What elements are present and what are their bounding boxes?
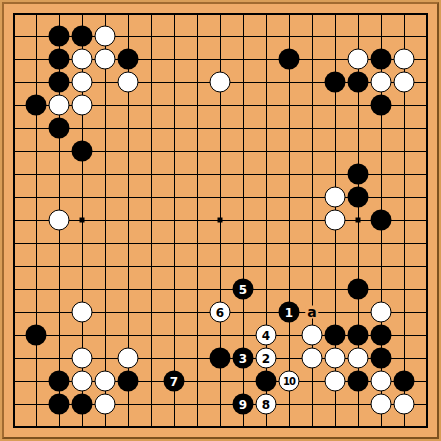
black-stone (72, 141, 93, 162)
black-stone (72, 394, 93, 415)
black-stone (49, 371, 70, 392)
go-board: 56143271098a (0, 0, 441, 441)
white-stone (72, 72, 93, 93)
black-stone (371, 348, 392, 369)
black-stone (348, 325, 369, 346)
black-stone (210, 348, 231, 369)
black-stone (348, 279, 369, 300)
white-stone (49, 210, 70, 231)
move-number: 1 (285, 306, 293, 318)
white-stone (394, 49, 415, 70)
move-number: 6 (216, 306, 224, 318)
board-label-a: a (305, 306, 318, 319)
black-stone (118, 371, 139, 392)
white-stone (371, 394, 392, 415)
white-stone (95, 49, 116, 70)
white-stone (49, 95, 70, 116)
black-stone (371, 49, 392, 70)
move-number: 2 (262, 352, 270, 364)
white-stone (325, 348, 346, 369)
black-stone: 1 (279, 302, 300, 323)
black-stone (348, 187, 369, 208)
white-stone (371, 302, 392, 323)
white-stone (95, 26, 116, 47)
white-stone (371, 371, 392, 392)
white-stone (325, 187, 346, 208)
black-stone (348, 72, 369, 93)
star-point (80, 218, 85, 223)
black-stone (348, 164, 369, 185)
white-stone (325, 371, 346, 392)
black-stone: 3 (233, 348, 254, 369)
white-stone (302, 348, 323, 369)
black-stone (371, 325, 392, 346)
black-stone (325, 325, 346, 346)
white-stone (348, 49, 369, 70)
black-stone (49, 118, 70, 139)
black-stone: 5 (233, 279, 254, 300)
move-number: 10 (283, 376, 295, 386)
white-stone: 4 (256, 325, 277, 346)
grid-line-horizontal (13, 426, 428, 428)
black-stone (72, 26, 93, 47)
star-point (356, 218, 361, 223)
black-stone (348, 371, 369, 392)
black-stone: 7 (164, 371, 185, 392)
white-stone (95, 394, 116, 415)
black-stone (26, 325, 47, 346)
white-stone: 8 (256, 394, 277, 415)
white-stone (394, 394, 415, 415)
white-stone (72, 49, 93, 70)
white-stone (210, 72, 231, 93)
grid-line-horizontal (13, 243, 428, 244)
grid-line-vertical (289, 13, 290, 428)
black-stone (371, 95, 392, 116)
move-number: 8 (262, 398, 270, 410)
white-stone (72, 348, 93, 369)
black-stone (371, 210, 392, 231)
black-stone (325, 72, 346, 93)
black-stone (26, 95, 47, 116)
white-stone: 2 (256, 348, 277, 369)
black-stone (279, 49, 300, 70)
white-stone (394, 72, 415, 93)
white-stone (118, 348, 139, 369)
black-stone (256, 371, 277, 392)
black-stone (394, 371, 415, 392)
move-number: 7 (170, 375, 178, 387)
move-number: 5 (239, 283, 247, 295)
white-stone (72, 371, 93, 392)
white-stone: 6 (210, 302, 231, 323)
white-stone (325, 210, 346, 231)
white-stone (118, 72, 139, 93)
black-stone (49, 394, 70, 415)
black-stone: 9 (233, 394, 254, 415)
move-number: 9 (239, 398, 247, 410)
black-stone (49, 26, 70, 47)
white-stone (72, 302, 93, 323)
grid-line-vertical (426, 13, 428, 428)
star-point (218, 218, 223, 223)
move-number: 3 (239, 352, 247, 364)
move-number: 4 (262, 329, 270, 341)
black-stone (49, 49, 70, 70)
grid-line-horizontal (13, 266, 428, 267)
black-stone (118, 49, 139, 70)
white-stone (371, 72, 392, 93)
white-stone (302, 325, 323, 346)
white-stone: 10 (279, 371, 300, 392)
white-stone (348, 348, 369, 369)
white-stone (72, 95, 93, 116)
white-stone (95, 371, 116, 392)
black-stone (49, 72, 70, 93)
